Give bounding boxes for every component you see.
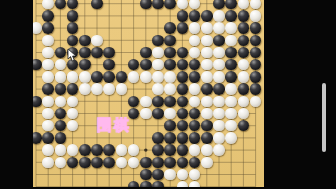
black-stone <box>164 144 176 156</box>
white-stone <box>164 83 176 95</box>
white-stone <box>213 96 225 108</box>
black-stone <box>116 71 128 83</box>
go-board[interactable] <box>33 0 264 189</box>
white-stone <box>201 47 213 59</box>
white-stone <box>213 144 225 156</box>
black-stone <box>42 132 54 144</box>
black-stone <box>164 132 176 144</box>
black-stone <box>140 157 152 169</box>
black-stone <box>91 144 103 156</box>
black-stone <box>152 132 164 144</box>
black-stone <box>177 144 189 156</box>
white-stone <box>128 71 140 83</box>
scrollbar-fragment[interactable] <box>322 83 326 152</box>
black-stone <box>91 157 103 169</box>
black-stone <box>103 157 115 169</box>
black-stone <box>152 157 164 169</box>
white-stone <box>67 71 79 83</box>
black-stone <box>238 83 250 95</box>
white-stone <box>79 71 91 83</box>
black-stone <box>177 132 189 144</box>
letterbox-left-bar <box>0 0 33 189</box>
white-stone <box>152 83 164 95</box>
white-stone <box>201 22 213 34</box>
black-stone <box>201 120 213 132</box>
white-stone <box>79 83 91 95</box>
black-stone <box>225 71 237 83</box>
white-stone <box>213 71 225 83</box>
mouse-cursor-icon <box>67 49 78 62</box>
white-stone <box>213 22 225 34</box>
black-stone <box>42 22 54 34</box>
white-stone <box>42 47 54 59</box>
black-stone <box>42 10 54 22</box>
white-stone <box>140 71 152 83</box>
black-stone <box>91 47 103 59</box>
white-stone <box>91 83 103 95</box>
white-stone <box>152 47 164 59</box>
black-stone <box>42 83 54 95</box>
white-stone <box>225 22 237 34</box>
black-stone <box>189 10 201 22</box>
black-stone <box>152 96 164 108</box>
black-stone <box>177 83 189 95</box>
white-stone <box>225 96 237 108</box>
white-stone <box>140 108 152 120</box>
white-stone <box>55 71 67 83</box>
white-stone <box>250 10 262 22</box>
black-stone <box>201 10 213 22</box>
black-stone <box>79 59 91 71</box>
black-stone <box>140 169 152 181</box>
black-stone <box>164 22 176 34</box>
black-stone <box>189 132 201 144</box>
black-stone <box>225 10 237 22</box>
white-stone <box>201 59 213 71</box>
white-stone <box>42 144 54 156</box>
black-stone <box>140 59 152 71</box>
white-stone <box>152 71 164 83</box>
white-stone <box>140 96 152 108</box>
black-stone <box>164 96 176 108</box>
black-stone <box>103 47 115 59</box>
black-stone <box>189 71 201 83</box>
white-stone <box>164 169 176 181</box>
black-stone <box>177 22 189 34</box>
black-stone <box>225 47 237 59</box>
black-stone <box>152 169 164 181</box>
white-stone <box>225 35 237 47</box>
white-stone <box>55 144 67 156</box>
black-stone <box>79 144 91 156</box>
white-stone <box>201 144 213 156</box>
white-stone <box>213 10 225 22</box>
white-stone <box>201 71 213 83</box>
white-stone <box>201 96 213 108</box>
black-stone <box>152 108 164 120</box>
black-stone <box>177 71 189 83</box>
video-frame: 围棋 <box>0 0 336 189</box>
white-stone <box>201 35 213 47</box>
white-stone <box>164 71 176 83</box>
black-stone <box>55 83 67 95</box>
white-stone <box>42 96 54 108</box>
white-stone <box>164 108 176 120</box>
black-stone <box>152 144 164 156</box>
black-stone <box>238 22 250 34</box>
black-stone <box>55 132 67 144</box>
black-stone <box>103 144 115 156</box>
white-stone <box>225 108 237 120</box>
black-stone <box>164 157 176 169</box>
black-stone <box>164 47 176 59</box>
watermark-logo: 围棋 <box>97 116 131 135</box>
black-stone <box>213 35 225 47</box>
white-stone <box>225 83 237 95</box>
white-stone <box>116 83 128 95</box>
black-stone <box>250 71 262 83</box>
white-stone <box>238 71 250 83</box>
black-stone <box>140 47 152 59</box>
white-stone <box>42 35 54 47</box>
white-stone <box>213 132 225 144</box>
white-stone <box>201 108 213 120</box>
white-stone <box>42 71 54 83</box>
white-stone <box>103 83 115 95</box>
white-stone <box>213 108 225 120</box>
star-point <box>144 148 147 151</box>
black-stone <box>103 71 115 83</box>
black-stone <box>177 10 189 22</box>
black-stone <box>79 157 91 169</box>
letterbox-bottom-strip <box>0 187 336 189</box>
black-stone <box>79 47 91 59</box>
black-stone <box>164 35 176 47</box>
white-stone <box>225 132 237 144</box>
white-stone <box>116 144 128 156</box>
white-stone <box>42 157 54 169</box>
black-stone <box>79 35 91 47</box>
white-stone <box>91 35 103 47</box>
white-stone <box>42 108 54 120</box>
black-stone <box>201 83 213 95</box>
black-stone <box>152 35 164 47</box>
black-stone <box>91 71 103 83</box>
white-stone <box>213 47 225 59</box>
black-stone <box>238 10 250 22</box>
black-stone <box>67 10 79 22</box>
black-stone <box>201 132 213 144</box>
black-stone <box>213 83 225 95</box>
white-stone <box>201 157 213 169</box>
